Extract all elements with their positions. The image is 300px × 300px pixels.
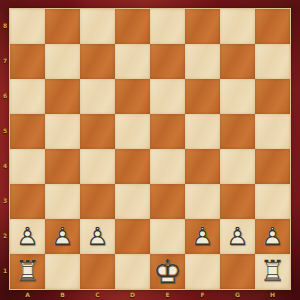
- rank-label-6: 6: [1, 92, 9, 99]
- white-pawn[interactable]: ♟♙: [191, 224, 213, 249]
- white-pawn-outline: ♙: [226, 224, 248, 249]
- square-d5[interactable]: [115, 114, 150, 149]
- square-e2[interactable]: [150, 219, 185, 254]
- white-pawn[interactable]: ♟♙: [261, 224, 283, 249]
- file-label-g: G: [220, 291, 255, 298]
- square-d1[interactable]: [115, 254, 150, 289]
- white-rook-outline: ♖: [260, 257, 286, 286]
- square-b8[interactable]: [45, 9, 80, 44]
- square-b1[interactable]: [45, 254, 80, 289]
- square-a6[interactable]: [10, 79, 45, 114]
- square-g1[interactable]: [220, 254, 255, 289]
- square-g6[interactable]: [220, 79, 255, 114]
- square-g3[interactable]: [220, 184, 255, 219]
- square-h8[interactable]: [255, 9, 290, 44]
- square-f5[interactable]: [185, 114, 220, 149]
- square-e8[interactable]: [150, 9, 185, 44]
- square-b2[interactable]: ♟♙: [45, 219, 80, 254]
- file-label-b: B: [45, 291, 80, 298]
- chess-board: ♟♙♟♙♟♙♟♙♟♙♟♙♜♖♚♔♜♖: [10, 9, 290, 289]
- board-frame: ♟♙♟♙♟♙♟♙♟♙♟♙♜♖♚♔♜♖ 87654321ABCDEFGH: [0, 0, 300, 300]
- square-a5[interactable]: [10, 114, 45, 149]
- square-c2[interactable]: ♟♙: [80, 219, 115, 254]
- white-pawn[interactable]: ♟♙: [16, 224, 38, 249]
- rank-label-1: 1: [1, 267, 9, 274]
- white-pawn-outline: ♙: [86, 224, 108, 249]
- square-a2[interactable]: ♟♙: [10, 219, 45, 254]
- file-label-c: C: [80, 291, 115, 298]
- white-pawn-outline: ♙: [261, 224, 283, 249]
- square-d7[interactable]: [115, 44, 150, 79]
- square-e1[interactable]: ♚♔: [150, 254, 185, 289]
- file-label-h: H: [255, 291, 290, 298]
- square-h4[interactable]: [255, 149, 290, 184]
- square-c8[interactable]: [80, 9, 115, 44]
- white-rook[interactable]: ♜♖: [15, 257, 41, 286]
- rank-label-2: 2: [1, 232, 9, 239]
- square-b5[interactable]: [45, 114, 80, 149]
- file-label-e: E: [150, 291, 185, 298]
- square-c5[interactable]: [80, 114, 115, 149]
- square-d4[interactable]: [115, 149, 150, 184]
- square-f6[interactable]: [185, 79, 220, 114]
- square-e6[interactable]: [150, 79, 185, 114]
- square-g2[interactable]: ♟♙: [220, 219, 255, 254]
- white-pawn[interactable]: ♟♙: [86, 224, 108, 249]
- square-b6[interactable]: [45, 79, 80, 114]
- white-pawn-outline: ♙: [51, 224, 73, 249]
- rank-label-4: 4: [1, 162, 9, 169]
- square-a4[interactable]: [10, 149, 45, 184]
- square-e7[interactable]: [150, 44, 185, 79]
- square-a8[interactable]: [10, 9, 45, 44]
- white-pawn[interactable]: ♟♙: [226, 224, 248, 249]
- white-king[interactable]: ♚♔: [153, 255, 183, 288]
- square-b3[interactable]: [45, 184, 80, 219]
- square-h7[interactable]: [255, 44, 290, 79]
- square-g5[interactable]: [220, 114, 255, 149]
- square-g8[interactable]: [220, 9, 255, 44]
- square-f8[interactable]: [185, 9, 220, 44]
- square-g7[interactable]: [220, 44, 255, 79]
- square-a7[interactable]: [10, 44, 45, 79]
- file-label-f: F: [185, 291, 220, 298]
- white-pawn-outline: ♙: [191, 224, 213, 249]
- square-a1[interactable]: ♜♖: [10, 254, 45, 289]
- rank-label-7: 7: [1, 57, 9, 64]
- square-a3[interactable]: [10, 184, 45, 219]
- rank-label-5: 5: [1, 127, 9, 134]
- square-d6[interactable]: [115, 79, 150, 114]
- square-f1[interactable]: [185, 254, 220, 289]
- white-pawn-outline: ♙: [16, 224, 38, 249]
- square-h3[interactable]: [255, 184, 290, 219]
- square-c3[interactable]: [80, 184, 115, 219]
- white-rook[interactable]: ♜♖: [260, 257, 286, 286]
- square-f7[interactable]: [185, 44, 220, 79]
- square-e4[interactable]: [150, 149, 185, 184]
- square-d3[interactable]: [115, 184, 150, 219]
- square-g4[interactable]: [220, 149, 255, 184]
- square-b7[interactable]: [45, 44, 80, 79]
- square-h1[interactable]: ♜♖: [255, 254, 290, 289]
- square-d8[interactable]: [115, 9, 150, 44]
- square-e5[interactable]: [150, 114, 185, 149]
- square-c7[interactable]: [80, 44, 115, 79]
- square-h6[interactable]: [255, 79, 290, 114]
- square-c6[interactable]: [80, 79, 115, 114]
- square-c1[interactable]: [80, 254, 115, 289]
- white-rook-outline: ♖: [15, 257, 41, 286]
- rank-label-3: 3: [1, 197, 9, 204]
- square-d2[interactable]: [115, 219, 150, 254]
- rank-label-8: 8: [1, 22, 9, 29]
- square-f4[interactable]: [185, 149, 220, 184]
- square-b4[interactable]: [45, 149, 80, 184]
- square-h2[interactable]: ♟♙: [255, 219, 290, 254]
- file-label-d: D: [115, 291, 150, 298]
- white-pawn[interactable]: ♟♙: [51, 224, 73, 249]
- square-f2[interactable]: ♟♙: [185, 219, 220, 254]
- square-c4[interactable]: [80, 149, 115, 184]
- square-f3[interactable]: [185, 184, 220, 219]
- square-h5[interactable]: [255, 114, 290, 149]
- square-e3[interactable]: [150, 184, 185, 219]
- file-label-a: A: [10, 291, 45, 298]
- white-king-outline: ♔: [153, 255, 183, 288]
